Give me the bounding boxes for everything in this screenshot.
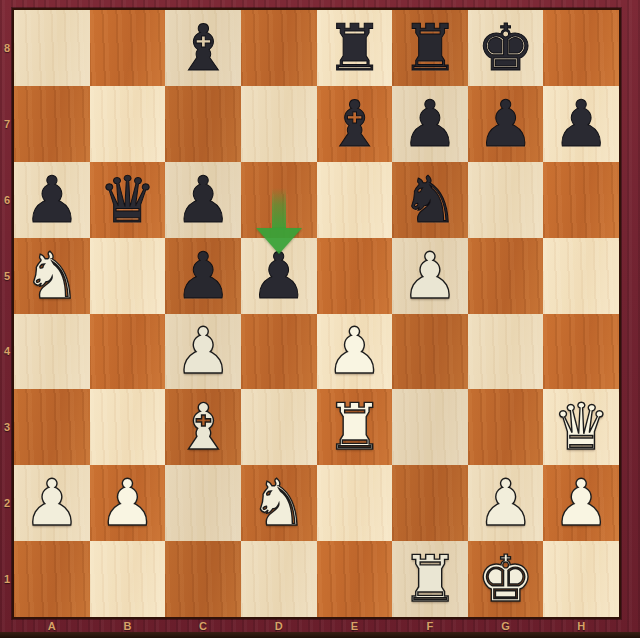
square-g5[interactable]: [468, 238, 544, 314]
square-e7[interactable]: ♝: [317, 86, 393, 162]
square-f4[interactable]: [392, 314, 468, 390]
file-label-c: C: [193, 620, 213, 632]
square-h8[interactable]: [543, 10, 619, 86]
square-b2[interactable]: ♟: [90, 465, 166, 541]
square-e2[interactable]: [317, 465, 393, 541]
rank-label-8: 8: [0, 42, 14, 54]
square-c6[interactable]: ♟: [165, 162, 241, 238]
file-label-b: B: [117, 620, 137, 632]
square-h1[interactable]: [543, 541, 619, 617]
piece-black-rook: ♜: [326, 16, 383, 80]
square-a8[interactable]: [14, 10, 90, 86]
rank-label-2: 2: [0, 497, 14, 509]
square-f7[interactable]: ♟: [392, 86, 468, 162]
square-b4[interactable]: [90, 314, 166, 390]
piece-black-pawn: ♟: [174, 244, 231, 308]
board-bottom-edge: [0, 632, 640, 638]
square-c3[interactable]: ♝: [165, 389, 241, 465]
rank-label-4: 4: [0, 345, 14, 357]
square-h2[interactable]: ♟: [543, 465, 619, 541]
chess-board-screenshot: ♝♜♜♚♝♟♟♟♟♛♟♞♞♟♟♟♟♟♝♜♛♟♟♞♟♟♜♚ 87654321ABC…: [0, 0, 640, 638]
square-c1[interactable]: [165, 541, 241, 617]
square-c2[interactable]: [165, 465, 241, 541]
piece-white-pawn: ♟: [174, 319, 231, 383]
piece-white-pawn: ♟: [23, 471, 80, 535]
square-c5[interactable]: ♟: [165, 238, 241, 314]
square-a2[interactable]: ♟: [14, 465, 90, 541]
square-d1[interactable]: [241, 541, 317, 617]
piece-white-queen: ♛: [553, 395, 610, 459]
rank-label-3: 3: [0, 421, 14, 433]
square-f2[interactable]: [392, 465, 468, 541]
square-c4[interactable]: ♟: [165, 314, 241, 390]
square-d3[interactable]: [241, 389, 317, 465]
square-e1[interactable]: [317, 541, 393, 617]
square-h6[interactable]: [543, 162, 619, 238]
square-b8[interactable]: [90, 10, 166, 86]
square-d5[interactable]: ♟: [241, 238, 317, 314]
piece-white-pawn: ♟: [401, 244, 458, 308]
square-a4[interactable]: [14, 314, 90, 390]
chess-board: ♝♜♜♚♝♟♟♟♟♛♟♞♞♟♟♟♟♟♝♜♛♟♟♞♟♟♜♚: [14, 10, 619, 617]
piece-white-pawn: ♟: [553, 471, 610, 535]
piece-black-pawn: ♟: [23, 168, 80, 232]
piece-black-pawn: ♟: [174, 168, 231, 232]
piece-black-pawn: ♟: [401, 92, 458, 156]
square-a3[interactable]: [14, 389, 90, 465]
square-g6[interactable]: [468, 162, 544, 238]
square-h4[interactable]: [543, 314, 619, 390]
rank-label-5: 5: [0, 270, 14, 282]
piece-black-bishop: ♝: [326, 92, 383, 156]
piece-black-pawn: ♟: [553, 92, 610, 156]
square-g2[interactable]: ♟: [468, 465, 544, 541]
file-label-e: E: [344, 620, 364, 632]
square-g1[interactable]: ♚: [468, 541, 544, 617]
piece-black-knight: ♞: [401, 168, 458, 232]
square-a5[interactable]: ♞: [14, 238, 90, 314]
file-label-d: D: [269, 620, 289, 632]
square-d4[interactable]: [241, 314, 317, 390]
square-d6[interactable]: [241, 162, 317, 238]
square-d7[interactable]: [241, 86, 317, 162]
square-e4[interactable]: ♟: [317, 314, 393, 390]
piece-black-king: ♚: [477, 16, 534, 80]
file-label-f: F: [420, 620, 440, 632]
square-h5[interactable]: [543, 238, 619, 314]
file-label-g: G: [496, 620, 516, 632]
piece-white-pawn: ♟: [99, 471, 156, 535]
piece-white-king: ♚: [477, 547, 534, 611]
square-c8[interactable]: ♝: [165, 10, 241, 86]
square-f3[interactable]: [392, 389, 468, 465]
square-d8[interactable]: [241, 10, 317, 86]
piece-black-pawn: ♟: [477, 92, 534, 156]
piece-black-queen: ♛: [99, 168, 156, 232]
rank-label-6: 6: [0, 194, 14, 206]
square-b3[interactable]: [90, 389, 166, 465]
square-e3[interactable]: ♜: [317, 389, 393, 465]
square-f5[interactable]: ♟: [392, 238, 468, 314]
square-b1[interactable]: [90, 541, 166, 617]
square-c7[interactable]: [165, 86, 241, 162]
square-a1[interactable]: [14, 541, 90, 617]
piece-black-rook: ♜: [401, 16, 458, 80]
square-g7[interactable]: ♟: [468, 86, 544, 162]
file-label-h: H: [571, 620, 591, 632]
square-b6[interactable]: ♛: [90, 162, 166, 238]
rank-label-7: 7: [0, 118, 14, 130]
piece-white-knight: ♞: [250, 471, 307, 535]
square-b7[interactable]: [90, 86, 166, 162]
square-a7[interactable]: [14, 86, 90, 162]
square-e8[interactable]: ♜: [317, 10, 393, 86]
rank-label-1: 1: [0, 573, 14, 585]
square-h3[interactable]: ♛: [543, 389, 619, 465]
square-g8[interactable]: ♚: [468, 10, 544, 86]
piece-white-rook: ♜: [401, 547, 458, 611]
square-g4[interactable]: [468, 314, 544, 390]
square-d2[interactable]: ♞: [241, 465, 317, 541]
square-f6[interactable]: ♞: [392, 162, 468, 238]
square-a6[interactable]: ♟: [14, 162, 90, 238]
piece-white-bishop: ♝: [174, 395, 231, 459]
piece-white-knight: ♞: [23, 244, 80, 308]
square-e6[interactable]: [317, 162, 393, 238]
piece-white-pawn: ♟: [326, 319, 383, 383]
piece-black-pawn: ♟: [250, 244, 307, 308]
piece-black-bishop: ♝: [174, 16, 231, 80]
square-e5[interactable]: [317, 238, 393, 314]
square-b5[interactable]: [90, 238, 166, 314]
square-h7[interactable]: ♟: [543, 86, 619, 162]
square-g3[interactable]: [468, 389, 544, 465]
square-f8[interactable]: ♜: [392, 10, 468, 86]
piece-white-rook: ♜: [326, 395, 383, 459]
file-label-a: A: [42, 620, 62, 632]
piece-white-pawn: ♟: [477, 471, 534, 535]
square-f1[interactable]: ♜: [392, 541, 468, 617]
